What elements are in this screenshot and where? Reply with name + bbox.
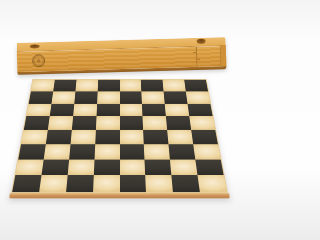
square-f3[interactable] [144, 144, 170, 159]
square-g3[interactable] [169, 144, 196, 159]
square-g5[interactable] [166, 116, 191, 130]
maker-stamp-icon [32, 54, 45, 67]
square-g1[interactable] [172, 175, 200, 192]
square-a2[interactable] [15, 159, 43, 175]
square-g6[interactable] [165, 103, 189, 116]
square-a6[interactable] [26, 103, 51, 116]
square-d1[interactable] [93, 175, 120, 192]
square-c3[interactable] [69, 144, 95, 159]
square-h8[interactable] [184, 80, 208, 92]
finger-hole-icon [197, 39, 206, 44]
square-g7[interactable] [164, 91, 188, 103]
box-end-face [220, 45, 227, 65]
square-f5[interactable] [143, 116, 168, 130]
square-d7[interactable] [97, 91, 120, 103]
square-b3[interactable] [44, 144, 71, 159]
box-joint-seam [196, 47, 198, 67]
square-c2[interactable] [67, 159, 94, 175]
finger-hole-icon [30, 44, 40, 48]
chessboard [11, 79, 228, 193]
square-e5[interactable] [120, 116, 144, 130]
square-a3[interactable] [18, 144, 45, 159]
square-g2[interactable] [170, 159, 198, 175]
square-c5[interactable] [72, 116, 97, 130]
square-b8[interactable] [53, 80, 76, 92]
square-h1[interactable] [198, 175, 227, 192]
square-h6[interactable] [188, 103, 213, 116]
square-f2[interactable] [145, 159, 172, 175]
square-c1[interactable] [66, 175, 94, 192]
square-h3[interactable] [193, 144, 220, 159]
square-c7[interactable] [74, 91, 97, 103]
wooden-storage-box [17, 37, 227, 74]
square-e6[interactable] [120, 103, 143, 116]
product-photo-scene [0, 0, 240, 240]
square-g4[interactable] [167, 130, 193, 144]
square-e7[interactable] [120, 91, 143, 103]
square-d4[interactable] [95, 130, 120, 144]
square-h7[interactable] [186, 91, 210, 103]
square-a5[interactable] [24, 116, 50, 130]
square-b6[interactable] [50, 103, 74, 116]
square-d8[interactable] [97, 80, 119, 92]
square-f7[interactable] [142, 91, 165, 103]
square-b4[interactable] [46, 130, 72, 144]
square-e2[interactable] [120, 159, 146, 175]
square-a8[interactable] [31, 80, 55, 92]
square-c6[interactable] [73, 103, 97, 116]
square-c4[interactable] [70, 130, 95, 144]
square-b1[interactable] [39, 175, 67, 192]
square-d6[interactable] [96, 103, 119, 116]
square-e3[interactable] [120, 144, 145, 159]
square-a1[interactable] [12, 175, 41, 192]
square-f6[interactable] [142, 103, 166, 116]
square-f4[interactable] [143, 130, 168, 144]
square-f1[interactable] [146, 175, 174, 192]
square-d3[interactable] [94, 144, 119, 159]
square-g8[interactable] [163, 80, 186, 92]
square-h4[interactable] [191, 130, 218, 144]
square-d2[interactable] [93, 159, 119, 175]
square-b5[interactable] [48, 116, 73, 130]
square-h2[interactable] [195, 159, 223, 175]
square-b2[interactable] [41, 159, 69, 175]
square-a4[interactable] [21, 130, 48, 144]
square-d5[interactable] [96, 116, 120, 130]
square-f8[interactable] [141, 80, 164, 92]
board-edge [9, 193, 230, 198]
square-e8[interactable] [120, 80, 142, 92]
square-a7[interactable] [29, 91, 53, 103]
square-e4[interactable] [120, 130, 145, 144]
square-b7[interactable] [51, 91, 75, 103]
board-grid [11, 79, 228, 193]
square-e1[interactable] [120, 175, 147, 192]
square-h5[interactable] [189, 116, 215, 130]
square-c8[interactable] [75, 80, 98, 92]
